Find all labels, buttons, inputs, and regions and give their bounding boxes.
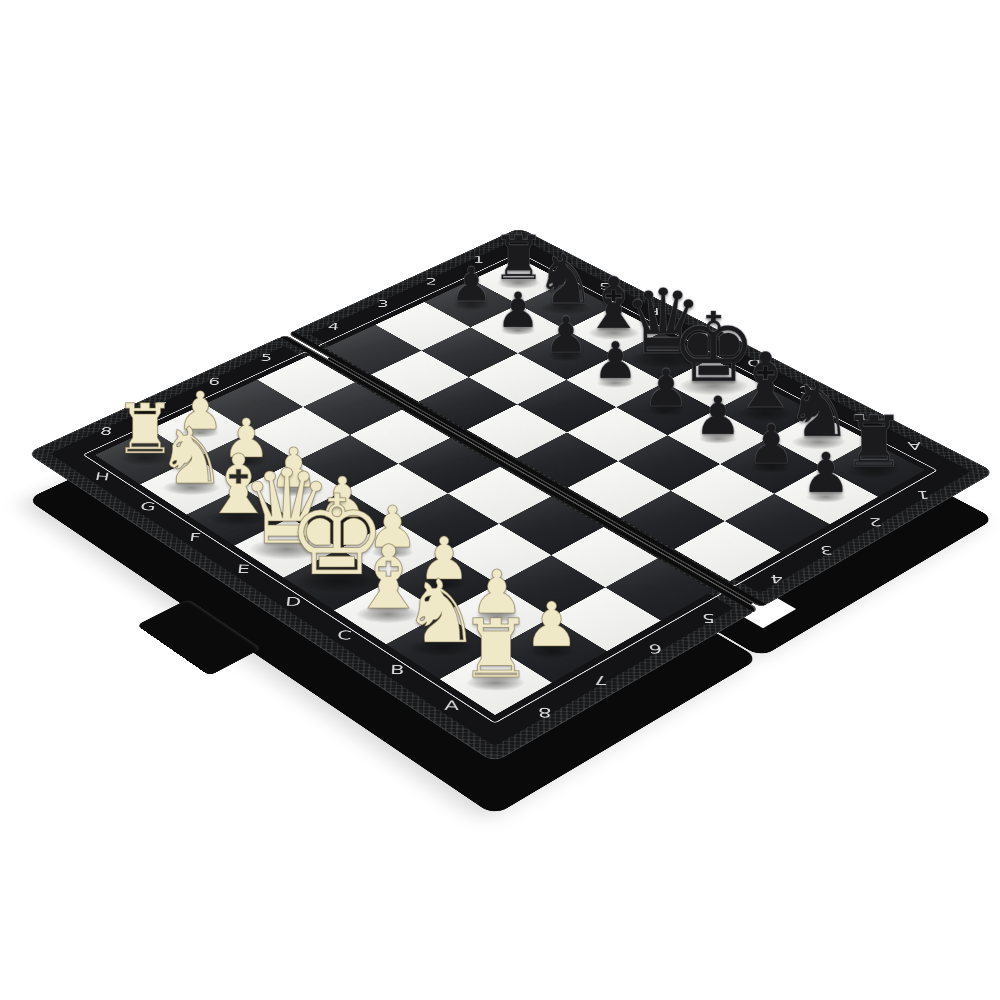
piece-black-pawn-c2[interactable]: ♟ bbox=[694, 390, 741, 443]
piece-white-rook-a8[interactable]: ♜ bbox=[459, 609, 532, 690]
product-photo-stage: HGFEDCBA12341234 HGFEDCBA56785678 ♜♞♝♚♛♝… bbox=[0, 0, 1000, 1000]
piece-black-pawn-g2[interactable]: ♟ bbox=[496, 286, 540, 335]
piece-black-pawn-f2[interactable]: ♟ bbox=[544, 311, 588, 361]
piece-black-pawn-h2[interactable]: ♟ bbox=[450, 261, 493, 309]
piece-black-pawn-a2[interactable]: ♟ bbox=[801, 447, 851, 502]
piece-black-pawn-e2[interactable]: ♟ bbox=[593, 337, 638, 388]
piece-black-rook-a1[interactable]: ♜ bbox=[842, 407, 905, 477]
piece-black-pawn-b2[interactable]: ♟ bbox=[747, 418, 795, 472]
pieces-layer: ♜♞♝♚♛♝♞♜♟♟♟♟♟♟♟♟♟♟♟♟♟♟♟♟♜♞♝♚♛♝♞♜ bbox=[0, 0, 1000, 1000]
piece-black-pawn-d2[interactable]: ♟ bbox=[643, 363, 689, 415]
piece-white-pawn-a7[interactable]: ♟ bbox=[524, 595, 579, 657]
